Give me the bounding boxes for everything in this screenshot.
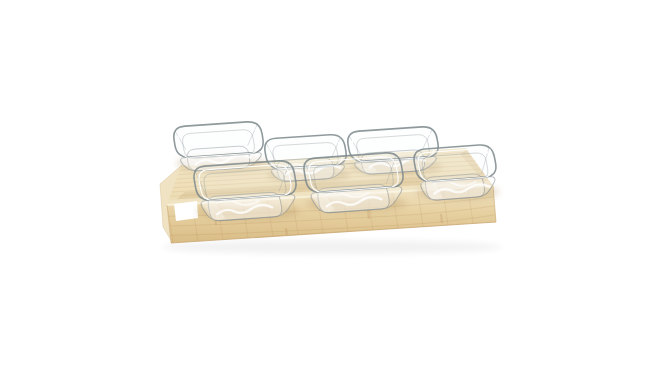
glass-bowl-front-right <box>414 145 500 200</box>
tray-drop-shadow <box>160 240 504 254</box>
glass-bowl-front-center <box>304 153 407 213</box>
glass-reflection <box>325 192 370 202</box>
bamboo-node <box>368 210 369 219</box>
glass-bowl-front-left <box>194 161 300 221</box>
glass-reflection <box>216 200 262 210</box>
bamboo-node <box>441 214 442 223</box>
product-photo: Product photo: rectangular bamboo servin… <box>0 0 660 384</box>
tray-and-bowls-illustration <box>0 0 660 384</box>
tray-foot-notch <box>174 201 198 221</box>
